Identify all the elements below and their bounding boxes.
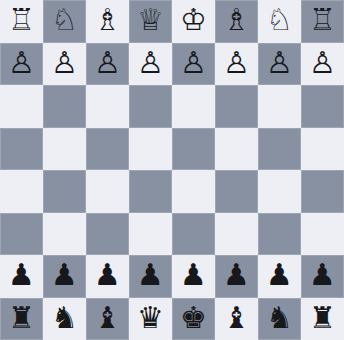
piece-black-pawn[interactable]: ♟ [94, 260, 121, 290]
piece-white-pawn[interactable]: ♙ [309, 48, 336, 78]
square-e5[interactable] [172, 170, 215, 213]
square-h3[interactable] [301, 85, 344, 128]
piece-white-pawn[interactable]: ♙ [51, 48, 78, 78]
square-a1[interactable]: ♖ [0, 0, 43, 43]
square-d3[interactable] [129, 85, 172, 128]
square-b7[interactable]: ♟ [43, 255, 86, 298]
square-d2[interactable]: ♙ [129, 43, 172, 86]
square-a2[interactable]: ♙ [0, 43, 43, 86]
piece-white-pawn[interactable]: ♙ [8, 48, 35, 78]
piece-white-rook[interactable]: ♖ [8, 5, 35, 35]
square-d5[interactable] [129, 170, 172, 213]
square-a3[interactable] [0, 85, 43, 128]
square-c5[interactable] [86, 170, 129, 213]
square-e1[interactable]: ♔ [172, 0, 215, 43]
square-c7[interactable]: ♟ [86, 255, 129, 298]
square-g7[interactable]: ♟ [258, 255, 301, 298]
piece-black-bishop[interactable]: ♝ [223, 303, 250, 333]
square-h4[interactable] [301, 128, 344, 171]
square-a7[interactable]: ♟ [0, 255, 43, 298]
square-a8[interactable]: ♜ [0, 298, 43, 340]
square-f2[interactable]: ♙ [215, 43, 258, 86]
square-e3[interactable] [172, 85, 215, 128]
piece-white-bishop[interactable]: ♗ [223, 5, 250, 35]
piece-black-pawn[interactable]: ♟ [137, 260, 164, 290]
square-g6[interactable] [258, 213, 301, 256]
piece-white-rook[interactable]: ♖ [309, 5, 336, 35]
piece-black-pawn[interactable]: ♟ [309, 260, 336, 290]
piece-black-pawn[interactable]: ♟ [266, 260, 293, 290]
square-d8[interactable]: ♛ [129, 298, 172, 340]
piece-white-knight[interactable]: ♘ [51, 5, 78, 35]
square-b3[interactable] [43, 85, 86, 128]
square-h8[interactable]: ♜ [301, 298, 344, 340]
square-b2[interactable]: ♙ [43, 43, 86, 86]
piece-white-knight[interactable]: ♘ [266, 5, 293, 35]
square-g2[interactable]: ♙ [258, 43, 301, 86]
square-g4[interactable] [258, 128, 301, 171]
square-c1[interactable]: ♗ [86, 0, 129, 43]
piece-black-pawn[interactable]: ♟ [51, 260, 78, 290]
square-c4[interactable] [86, 128, 129, 171]
piece-black-rook[interactable]: ♜ [309, 303, 336, 333]
square-b6[interactable] [43, 213, 86, 256]
square-d4[interactable] [129, 128, 172, 171]
square-f4[interactable] [215, 128, 258, 171]
square-b5[interactable] [43, 170, 86, 213]
piece-black-knight[interactable]: ♞ [51, 303, 78, 333]
piece-white-pawn[interactable]: ♙ [94, 48, 121, 78]
square-e2[interactable]: ♙ [172, 43, 215, 86]
square-c6[interactable] [86, 213, 129, 256]
square-f1[interactable]: ♗ [215, 0, 258, 43]
piece-white-pawn[interactable]: ♙ [137, 48, 164, 78]
square-e7[interactable]: ♟ [172, 255, 215, 298]
square-a4[interactable] [0, 128, 43, 171]
piece-black-king[interactable]: ♚ [180, 303, 207, 333]
square-c2[interactable]: ♙ [86, 43, 129, 86]
piece-black-rook[interactable]: ♜ [8, 303, 35, 333]
square-d6[interactable] [129, 213, 172, 256]
piece-black-queen[interactable]: ♛ [137, 303, 164, 333]
square-e4[interactable] [172, 128, 215, 171]
piece-black-pawn[interactable]: ♟ [223, 260, 250, 290]
square-h1[interactable]: ♖ [301, 0, 344, 43]
square-g8[interactable]: ♞ [258, 298, 301, 340]
square-g5[interactable] [258, 170, 301, 213]
square-d7[interactable]: ♟ [129, 255, 172, 298]
square-g3[interactable] [258, 85, 301, 128]
piece-black-bishop[interactable]: ♝ [94, 303, 121, 333]
piece-white-pawn[interactable]: ♙ [180, 48, 207, 78]
piece-black-pawn[interactable]: ♟ [8, 260, 35, 290]
square-d1[interactable]: ♕ [129, 0, 172, 43]
square-b1[interactable]: ♘ [43, 0, 86, 43]
square-f7[interactable]: ♟ [215, 255, 258, 298]
square-f6[interactable] [215, 213, 258, 256]
square-b8[interactable]: ♞ [43, 298, 86, 340]
square-a6[interactable] [0, 213, 43, 256]
square-f8[interactable]: ♝ [215, 298, 258, 340]
square-h2[interactable]: ♙ [301, 43, 344, 86]
square-h5[interactable] [301, 170, 344, 213]
piece-white-queen[interactable]: ♕ [137, 5, 164, 35]
square-h7[interactable]: ♟ [301, 255, 344, 298]
square-f3[interactable] [215, 85, 258, 128]
square-g1[interactable]: ♘ [258, 0, 301, 43]
piece-white-pawn[interactable]: ♙ [266, 48, 293, 78]
square-e8[interactable]: ♚ [172, 298, 215, 340]
chess-board: ♖♘♗♕♔♗♘♖♙♙♙♙♙♙♙♙♟♟♟♟♟♟♟♟♜♞♝♛♚♝♞♜ [0, 0, 344, 340]
square-f5[interactable] [215, 170, 258, 213]
square-a5[interactable] [0, 170, 43, 213]
piece-white-king[interactable]: ♔ [180, 5, 207, 35]
square-c8[interactable]: ♝ [86, 298, 129, 340]
square-c3[interactable] [86, 85, 129, 128]
piece-black-knight[interactable]: ♞ [266, 303, 293, 333]
square-b4[interactable] [43, 128, 86, 171]
piece-black-pawn[interactable]: ♟ [180, 260, 207, 290]
square-e6[interactable] [172, 213, 215, 256]
piece-white-bishop[interactable]: ♗ [94, 5, 121, 35]
piece-white-pawn[interactable]: ♙ [223, 48, 250, 78]
square-h6[interactable] [301, 213, 344, 256]
